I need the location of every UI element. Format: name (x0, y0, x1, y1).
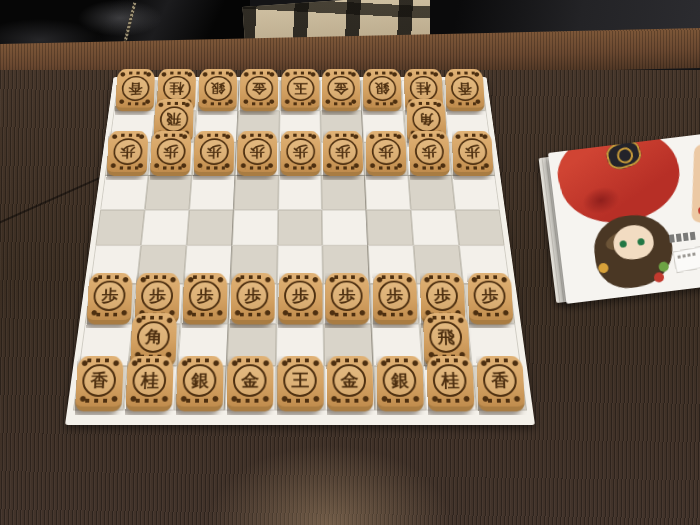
board-square (189, 175, 235, 210)
piece-face: 歩 (467, 273, 513, 320)
shogi-piece-sente: 歩 (182, 273, 227, 325)
shogi-piece-sente: 金 (226, 356, 273, 412)
jacket-zipper (123, 2, 137, 45)
engraved-ring: 桂 (409, 76, 437, 101)
piece-face: 銀 (176, 356, 223, 407)
piece-kanji: 歩 (434, 288, 451, 304)
engraved-ring: 歩 (242, 138, 271, 165)
shogi-piece-sente: 歩 (230, 273, 274, 325)
shogi-board-scene: 香桂銀金玉金銀桂香飛角歩歩歩歩歩歩歩歩歩歩歩歩歩歩歩歩歩歩角飛香桂銀金王金銀桂香 (65, 77, 535, 425)
piece-kanji: 香 (128, 81, 143, 94)
engraved-ring: 金 (233, 365, 267, 398)
engraved-ring: 歩 (426, 281, 459, 311)
piece-kanji: 桂 (140, 372, 158, 389)
piece-face: 歩 (409, 130, 450, 171)
shogi-piece-sente: 桂 (427, 356, 475, 412)
piece-kanji: 歩 (386, 288, 403, 304)
piece-face: 歩 (323, 130, 363, 171)
engraved-ring: 歩 (372, 138, 401, 165)
piece-kanji: 歩 (120, 144, 136, 158)
piece-face: 歩 (366, 130, 407, 171)
board-square (322, 175, 367, 210)
piece-kanji: 香 (457, 81, 472, 94)
engraved-ring: 香 (483, 365, 518, 398)
board-square: 歩 (406, 142, 452, 175)
piece-face: 歩 (278, 273, 322, 320)
piece-face: 金 (322, 69, 360, 108)
piece-kanji: 銀 (391, 372, 409, 389)
piece-kanji: 歩 (421, 144, 437, 158)
engraved-ring: 飛 (159, 106, 188, 132)
piece-face: 香 (115, 69, 154, 108)
piece-face: 香 (476, 356, 525, 407)
engraved-ring: 歩 (457, 138, 487, 165)
board-square: 香 (442, 81, 487, 111)
engraved-ring: 角 (137, 322, 171, 353)
piece-kanji: 歩 (244, 288, 261, 304)
board-square (455, 210, 504, 246)
board-square: 銀 (374, 366, 426, 410)
shogi-piece-gote: 歩 (280, 130, 320, 175)
board-square: 歩 (448, 142, 495, 175)
board-square: 歩 (192, 142, 237, 175)
engraved-ring: 歩 (113, 138, 143, 165)
shogi-piece-gote: 歩 (366, 130, 407, 175)
eye-icon (619, 240, 627, 248)
illustration-hair (591, 211, 677, 292)
piece-kanji: 金 (341, 372, 359, 389)
board-square: 香 (114, 81, 159, 111)
board-square (141, 210, 189, 246)
piece-kanji: 歩 (464, 144, 480, 158)
piece-face: 歩 (452, 130, 493, 171)
piece-kanji: 金 (334, 81, 349, 94)
shogi-piece-gote: 歩 (107, 130, 149, 175)
booklet-caption-marks (669, 232, 696, 243)
board-square (186, 210, 233, 246)
shogi-piece-sente: 歩 (326, 273, 370, 325)
piece-face: 歩 (230, 273, 274, 320)
board-square: 金 (320, 81, 362, 111)
board-square: 銀 (197, 81, 240, 111)
piece-kanji: 銀 (210, 81, 225, 94)
engraved-ring: 歩 (156, 138, 186, 165)
shogi-piece-gote: 香 (445, 69, 485, 112)
piece-face: 王 (277, 356, 323, 407)
board-square: 香 (472, 366, 527, 410)
board-square (232, 210, 278, 246)
engraved-ring: 玉 (286, 76, 314, 101)
board-square (452, 175, 500, 210)
shogi-piece-sente: 王 (277, 356, 323, 412)
engraved-ring: 銀 (383, 365, 417, 398)
hair-ornament (598, 263, 609, 274)
engraved-ring: 香 (82, 365, 117, 398)
board-square (277, 210, 322, 246)
board-square: 歩 (105, 142, 152, 175)
photo-scene: 香桂銀金玉金銀桂香飛角歩歩歩歩歩歩歩歩歩歩歩歩歩歩歩歩歩歩角飛香桂銀金王金銀桂香 (0, 0, 700, 525)
piece-face: 銀 (198, 69, 237, 108)
engraved-ring: 銀 (368, 76, 396, 101)
engraved-ring: 金 (327, 76, 355, 101)
shogi-piece-sente: 歩 (373, 273, 418, 325)
booklet-cover (548, 133, 700, 304)
piece-kanji: 角 (419, 112, 434, 126)
board-square: 歩 (235, 142, 279, 175)
piece-face: 金 (327, 356, 374, 407)
board-square (408, 175, 455, 210)
shogi-piece-gote: 玉 (281, 69, 319, 112)
piece-kanji: 桂 (169, 81, 184, 94)
engraved-ring: 香 (450, 76, 479, 101)
hair-ornament (658, 261, 669, 272)
engraved-ring: 歩 (286, 138, 315, 165)
piece-kanji: 歩 (339, 288, 356, 304)
piece-kanji: 角 (145, 329, 163, 346)
engraved-ring: 歩 (189, 281, 221, 311)
engraved-ring: 歩 (332, 281, 364, 311)
shogi-piece-sente: 歩 (278, 273, 322, 325)
board-square (100, 175, 148, 210)
shogi-piece-sente: 歩 (87, 273, 133, 325)
engraved-ring: 歩 (329, 138, 358, 165)
piece-face: 銀 (363, 69, 402, 108)
piece-face: 歩 (107, 130, 148, 171)
piece-face: 桂 (126, 356, 174, 407)
engraved-ring: 香 (121, 76, 150, 101)
shogi-piece-sente: 金 (327, 356, 374, 412)
engraved-ring: 飛 (430, 322, 464, 353)
shogi-piece-gote: 香 (115, 69, 155, 112)
shogi-piece-sente: 歩 (467, 273, 513, 325)
piece-kanji: 香 (491, 372, 510, 389)
engraved-ring: 桂 (162, 76, 190, 101)
board-square: 歩 (148, 142, 194, 175)
piece-face: 歩 (182, 273, 227, 320)
board-square: 王 (275, 366, 325, 410)
board-square (322, 210, 368, 246)
piece-kanji: 飛 (437, 329, 455, 346)
shogi-piece-gote: 銀 (198, 69, 237, 112)
shogi-piece-gote: 歩 (193, 130, 234, 175)
illustration-face (612, 223, 656, 262)
piece-kanji: 歩 (196, 288, 213, 304)
piece-face: 歩 (373, 273, 418, 320)
engraved-ring: 銀 (204, 76, 232, 101)
piece-kanji: 銀 (375, 81, 390, 94)
board-square: 歩 (323, 284, 371, 324)
piece-face: 香 (445, 69, 485, 108)
hair-ornament (653, 272, 664, 283)
board-square: 歩 (370, 284, 420, 324)
piece-kanji: 歩 (292, 144, 307, 158)
shogi-piece-gote: 歩 (452, 130, 494, 175)
board-square: 歩 (364, 142, 409, 175)
engraved-ring: 歩 (236, 281, 268, 311)
piece-kanji: 玉 (293, 81, 308, 94)
piece-face: 歩 (237, 130, 277, 171)
board-square: 歩 (278, 142, 321, 175)
piece-face: 歩 (280, 130, 320, 171)
piece-kanji: 歩 (163, 144, 179, 158)
board-square (95, 210, 144, 246)
engraved-ring: 歩 (199, 138, 228, 165)
piece-kanji: 歩 (292, 288, 309, 304)
piece-face: 金 (226, 356, 273, 407)
board-square: 金 (325, 366, 376, 410)
board-square (145, 175, 192, 210)
engraved-ring: 歩 (414, 138, 444, 165)
board-square: 歩 (180, 284, 230, 324)
piece-face: 玉 (281, 69, 319, 108)
board-square: 金 (238, 81, 280, 111)
board-square: 玉 (279, 81, 320, 111)
piece-face: 桂 (427, 356, 475, 407)
paper-shogi-board: 香桂銀金玉金銀桂香飛角歩歩歩歩歩歩歩歩歩歩歩歩歩歩歩歩歩歩角飛香桂銀金王金銀桂香 (65, 77, 535, 425)
piece-kanji: 歩 (149, 288, 166, 304)
engraved-ring: 歩 (141, 281, 174, 311)
board-square (411, 210, 459, 246)
booklet-logo-box (672, 246, 700, 273)
board-square: 桂 (423, 366, 477, 410)
board-square: 歩 (85, 284, 137, 324)
piece-kanji: 歩 (101, 288, 119, 304)
piece-face: 金 (240, 69, 278, 108)
piece-face: 歩 (326, 273, 370, 320)
piece-face: 歩 (150, 130, 191, 171)
piece-face: 歩 (87, 273, 133, 320)
piece-kanji: 飛 (166, 112, 181, 126)
engraved-ring: 歩 (93, 281, 126, 311)
shogi-piece-sente: 桂 (125, 356, 173, 412)
board-square: 歩 (276, 284, 324, 324)
piece-kanji: 銀 (191, 372, 209, 389)
shogi-piece-gote: 歩 (323, 130, 363, 175)
engraved-ring: 桂 (433, 365, 468, 398)
board-square: 金 (224, 366, 275, 410)
board-square: 歩 (321, 142, 365, 175)
engraved-ring: 歩 (379, 281, 411, 311)
eye-icon (637, 238, 645, 246)
piece-kanji: 歩 (206, 144, 222, 158)
piece-kanji: 歩 (335, 144, 350, 158)
shogi-piece-sente: 銀 (176, 356, 223, 412)
shogi-piece-gote: 歩 (237, 130, 277, 175)
piece-kanji: 歩 (378, 144, 394, 158)
board-square: 歩 (463, 284, 515, 324)
piece-face: 香 (75, 356, 124, 407)
engraved-ring: 歩 (284, 281, 316, 311)
shogi-piece-gote: 金 (240, 69, 278, 112)
instruction-booklet (548, 133, 700, 304)
board-square (365, 175, 411, 210)
piece-face: 銀 (377, 356, 424, 407)
board-grid: 香桂銀金玉金銀桂香飛角歩歩歩歩歩歩歩歩歩歩歩歩歩歩歩歩歩歩角飛香桂銀金王金銀桂香 (73, 81, 527, 411)
board-square (278, 175, 322, 210)
piece-kanji: 桂 (441, 372, 459, 389)
engraved-ring: 銀 (183, 365, 217, 398)
engraved-ring: 桂 (132, 365, 167, 398)
board-square (233, 175, 278, 210)
engraved-ring: 王 (283, 365, 317, 398)
board-square: 桂 (123, 366, 177, 410)
board-square: 香 (73, 366, 128, 410)
piece-kanji: 歩 (249, 144, 264, 158)
shogi-piece-gote: 歩 (150, 130, 191, 175)
board-square (367, 210, 414, 246)
piece-kanji: 香 (90, 372, 109, 389)
shogi-piece-sente: 香 (75, 356, 124, 412)
piece-kanji: 歩 (481, 288, 499, 304)
piece-kanji: 王 (291, 372, 309, 389)
piece-kanji: 桂 (416, 81, 431, 94)
board-square: 銀 (174, 366, 226, 410)
engraved-ring: 歩 (474, 281, 507, 311)
piece-face: 歩 (193, 130, 234, 171)
shogi-piece-sente: 銀 (377, 356, 424, 412)
engraved-ring: 金 (245, 76, 273, 101)
engraved-ring: 金 (333, 365, 367, 398)
board-square: 歩 (228, 284, 276, 324)
engraved-ring: 角 (412, 106, 441, 132)
piece-kanji: 金 (241, 372, 259, 389)
shogi-piece-sente: 香 (476, 356, 525, 412)
board-square: 銀 (361, 81, 404, 111)
shogi-piece-gote: 金 (322, 69, 360, 112)
piece-kanji: 金 (251, 81, 266, 94)
shogi-piece-gote: 銀 (363, 69, 402, 112)
shogi-piece-gote: 歩 (409, 130, 450, 175)
